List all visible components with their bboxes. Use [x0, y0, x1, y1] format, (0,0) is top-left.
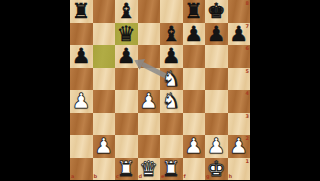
letterbox-right — [250, 0, 320, 180]
square-d4[interactable]: ♟ — [138, 90, 161, 113]
square-e8[interactable] — [160, 0, 183, 23]
chess-board: ♜♝♜♚8♛♝♟♟7♟♟♟♟6♞5♟♟♞43♟♟♟2♟abc♜d♛e♜fg♚1h — [70, 0, 250, 180]
white-king[interactable]: ♚ — [205, 158, 228, 181]
square-b6[interactable] — [93, 45, 116, 68]
rank-label-3: 3 — [246, 114, 249, 119]
square-e3[interactable] — [160, 113, 183, 136]
square-e5[interactable]: ♞ — [160, 68, 183, 91]
square-d2[interactable] — [138, 135, 161, 158]
square-g6[interactable] — [205, 45, 228, 68]
letterbox-left — [0, 0, 70, 180]
black-pawn[interactable]: ♟ — [115, 45, 138, 68]
white-pawn[interactable]: ♟ — [70, 90, 93, 113]
black-bishop[interactable]: ♝ — [115, 0, 138, 23]
square-b3[interactable] — [93, 113, 116, 136]
square-d1[interactable]: d♛ — [138, 158, 161, 181]
white-rook[interactable]: ♜ — [160, 158, 183, 181]
white-rook[interactable]: ♜ — [115, 158, 138, 181]
square-b1[interactable]: b — [93, 158, 116, 181]
square-e2[interactable] — [160, 135, 183, 158]
square-e6[interactable]: ♟ — [160, 45, 183, 68]
square-a8[interactable]: ♜ — [70, 0, 93, 23]
white-pawn[interactable]: ♟ — [183, 135, 206, 158]
white-pawn[interactable]: ♟ — [228, 135, 251, 158]
square-g5[interactable] — [205, 68, 228, 91]
square-g1[interactable]: g♚ — [205, 158, 228, 181]
square-g2[interactable]: ♟ — [205, 135, 228, 158]
square-a3[interactable] — [70, 113, 93, 136]
square-h7[interactable]: 7♟ — [228, 23, 251, 46]
black-pawn[interactable]: ♟ — [70, 45, 93, 68]
square-c7[interactable]: ♛ — [115, 23, 138, 46]
square-g3[interactable] — [205, 113, 228, 136]
square-b7[interactable] — [93, 23, 116, 46]
square-h8[interactable]: 8 — [228, 0, 251, 23]
square-b2[interactable]: ♟ — [93, 135, 116, 158]
square-c1[interactable]: c♜ — [115, 158, 138, 181]
rank-label-4: 4 — [246, 91, 249, 96]
screen: ♜♝♜♚8♛♝♟♟7♟♟♟♟6♞5♟♟♞43♟♟♟2♟abc♜d♛e♜fg♚1h — [0, 0, 320, 180]
square-f1[interactable]: f — [183, 158, 206, 181]
white-pawn[interactable]: ♟ — [138, 90, 161, 113]
black-pawn[interactable]: ♟ — [228, 23, 251, 46]
rank-label-6: 6 — [246, 46, 249, 51]
square-c2[interactable] — [115, 135, 138, 158]
white-knight[interactable]: ♞ — [160, 90, 183, 113]
square-e1[interactable]: e♜ — [160, 158, 183, 181]
black-queen[interactable]: ♛ — [115, 23, 138, 46]
white-pawn[interactable]: ♟ — [205, 135, 228, 158]
black-pawn[interactable]: ♟ — [183, 23, 206, 46]
square-a5[interactable] — [70, 68, 93, 91]
square-a2[interactable] — [70, 135, 93, 158]
square-d8[interactable] — [138, 0, 161, 23]
square-b8[interactable] — [93, 0, 116, 23]
rank-label-5: 5 — [246, 69, 249, 74]
square-c5[interactable] — [115, 68, 138, 91]
white-queen[interactable]: ♛ — [138, 158, 161, 181]
square-c8[interactable]: ♝ — [115, 0, 138, 23]
square-e7[interactable]: ♝ — [160, 23, 183, 46]
rank-label-8: 8 — [246, 1, 249, 6]
square-f4[interactable] — [183, 90, 206, 113]
square-f2[interactable]: ♟ — [183, 135, 206, 158]
square-h2[interactable]: 2♟ — [228, 135, 251, 158]
square-f5[interactable] — [183, 68, 206, 91]
square-g4[interactable] — [205, 90, 228, 113]
square-g7[interactable]: ♟ — [205, 23, 228, 46]
square-f6[interactable] — [183, 45, 206, 68]
white-knight[interactable]: ♞ — [160, 68, 183, 91]
square-d5[interactable] — [138, 68, 161, 91]
rank-label-1: 1 — [246, 159, 249, 164]
file-label-a: a — [71, 174, 74, 179]
file-label-h: h — [229, 174, 233, 179]
file-label-f: f — [184, 174, 186, 179]
black-bishop[interactable]: ♝ — [160, 23, 183, 46]
square-h3[interactable]: 3 — [228, 113, 251, 136]
square-a7[interactable] — [70, 23, 93, 46]
black-rook[interactable]: ♜ — [70, 0, 93, 23]
square-b4[interactable] — [93, 90, 116, 113]
black-king[interactable]: ♚ — [205, 0, 228, 23]
square-c3[interactable] — [115, 113, 138, 136]
square-h1[interactable]: 1h — [228, 158, 251, 181]
black-pawn[interactable]: ♟ — [160, 45, 183, 68]
square-a6[interactable]: ♟ — [70, 45, 93, 68]
black-pawn[interactable]: ♟ — [205, 23, 228, 46]
square-f3[interactable] — [183, 113, 206, 136]
square-b5[interactable] — [93, 68, 116, 91]
square-f7[interactable]: ♟ — [183, 23, 206, 46]
square-h4[interactable]: 4 — [228, 90, 251, 113]
square-d7[interactable] — [138, 23, 161, 46]
white-pawn[interactable]: ♟ — [93, 135, 116, 158]
square-f8[interactable]: ♜ — [183, 0, 206, 23]
square-c4[interactable] — [115, 90, 138, 113]
square-a4[interactable]: ♟ — [70, 90, 93, 113]
square-e4[interactable]: ♞ — [160, 90, 183, 113]
square-d3[interactable] — [138, 113, 161, 136]
black-rook[interactable]: ♜ — [183, 0, 206, 23]
file-label-b: b — [94, 174, 98, 179]
square-a1[interactable]: a — [70, 158, 93, 181]
square-h6[interactable]: 6 — [228, 45, 251, 68]
square-g8[interactable]: ♚ — [205, 0, 228, 23]
square-h5[interactable]: 5 — [228, 68, 251, 91]
square-c6[interactable]: ♟ — [115, 45, 138, 68]
square-d6[interactable] — [138, 45, 161, 68]
